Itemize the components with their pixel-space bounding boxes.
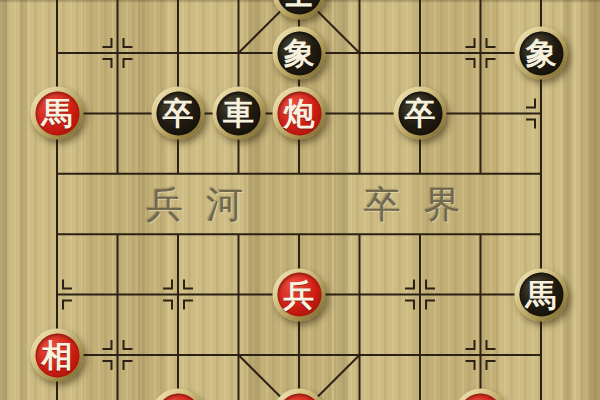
piece-glyph: 卒 <box>398 91 442 135</box>
position-marker <box>103 59 112 68</box>
piece-glyph: 卒 <box>156 91 200 135</box>
position-marker <box>124 361 133 370</box>
piece-red-pawn[interactable]: 兵 <box>273 268 326 321</box>
position-marker <box>163 280 172 289</box>
piece-glyph: 馬 <box>35 91 79 135</box>
river-text-left: 兵河 <box>146 185 266 225</box>
position-marker <box>526 98 535 107</box>
piece-glyph: 車 <box>217 91 261 135</box>
position-marker <box>426 301 435 310</box>
position-marker <box>405 280 414 289</box>
position-marker <box>466 340 475 349</box>
piece-glyph <box>459 393 503 400</box>
position-marker <box>184 280 193 289</box>
position-marker <box>487 361 496 370</box>
piece-glyph: 象 <box>519 31 563 75</box>
piece-glyph: 相 <box>35 333 79 377</box>
position-marker <box>63 280 72 289</box>
piece-glyph <box>277 393 321 400</box>
piece-red-elephant[interactable]: 相 <box>31 329 84 382</box>
piece-black-horse[interactable]: 馬 <box>515 268 568 321</box>
piece-red-cannon[interactable]: 炮 <box>273 87 326 140</box>
piece-black-elephant[interactable]: 象 <box>273 27 326 80</box>
position-marker <box>466 361 475 370</box>
piece-glyph: 兵 <box>277 273 321 317</box>
piece-glyph: 象 <box>277 31 321 75</box>
position-marker <box>487 340 496 349</box>
piece-black-elephant[interactable]: 象 <box>515 27 568 80</box>
xiangqi-board: 兵河 卒界 士象象馬卒車炮卒兵馬相 <box>0 0 600 400</box>
river-text-right: 卒界 <box>364 185 484 225</box>
piece-glyph: 炮 <box>277 91 321 135</box>
position-marker <box>405 301 414 310</box>
piece-black-pawn[interactable]: 卒 <box>152 87 205 140</box>
position-marker <box>63 301 72 310</box>
position-marker <box>466 38 475 47</box>
position-marker <box>487 59 496 68</box>
position-marker <box>487 38 496 47</box>
piece-glyph: 馬 <box>519 273 563 317</box>
position-marker <box>124 340 133 349</box>
position-marker <box>526 119 535 128</box>
position-marker <box>124 38 133 47</box>
position-marker <box>184 301 193 310</box>
position-marker <box>466 59 475 68</box>
position-marker <box>103 361 112 370</box>
piece-glyph: 士 <box>277 0 321 15</box>
piece-glyph <box>156 393 200 400</box>
position-marker <box>163 301 172 310</box>
piece-black-pawn[interactable]: 卒 <box>394 87 447 140</box>
position-marker <box>103 340 112 349</box>
position-marker <box>103 38 112 47</box>
piece-black-chariot[interactable]: 車 <box>212 87 265 140</box>
position-marker <box>426 280 435 289</box>
position-marker <box>124 59 133 68</box>
piece-red-horse[interactable]: 馬 <box>31 87 84 140</box>
